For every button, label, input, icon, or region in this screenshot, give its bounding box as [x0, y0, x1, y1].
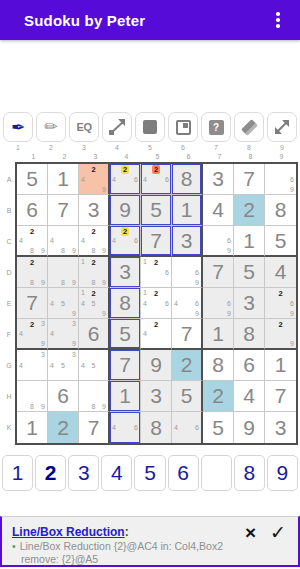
candidate-8: 8: [30, 247, 34, 254]
candidate-9: 9: [41, 403, 45, 410]
cell-H9[interactable]: 7: [265, 381, 296, 412]
candidate-5: 5: [61, 300, 65, 307]
candidate-2: 2: [154, 258, 158, 267]
candidate-3: 3: [72, 351, 76, 358]
candidate-2: 2: [91, 258, 95, 267]
candidate-1: 1: [143, 258, 147, 265]
pencil-marks: 269: [265, 288, 296, 318]
cell-C3[interactable]: 2489: [79, 226, 110, 257]
cell-A3[interactable]: 249: [79, 164, 110, 195]
pencil-marks: 12459: [79, 288, 108, 318]
pencil-marks: 2349: [17, 319, 47, 348]
cell-A4[interactable]: 246: [110, 164, 141, 195]
cell-C9[interactable]: 5: [265, 226, 296, 257]
cell-E2[interactable]: 459: [48, 288, 79, 319]
cell-value: 1: [17, 412, 47, 443]
pencil-marks: 469: [172, 288, 201, 318]
cell-value: 5: [203, 412, 233, 443]
candidate-2: 2: [278, 320, 282, 329]
col-label-7: 7: [204, 153, 235, 161]
cell-F1[interactable]: 2349: [17, 319, 48, 350]
eraser-tool-button[interactable]: [234, 112, 264, 142]
region-icon: [176, 120, 191, 135]
cell-value: 7: [110, 350, 140, 380]
pencil-marks: 459: [48, 288, 78, 318]
cell-B4[interactable]: 9: [110, 195, 141, 226]
tool-number-label: 3: [69, 144, 99, 152]
cell-K5[interactable]: 8: [141, 412, 172, 443]
candidate-2: 2: [154, 320, 158, 329]
candidate-2: 2: [278, 289, 282, 298]
candidate-4: 4: [81, 362, 85, 369]
candidate-8: 8: [61, 247, 65, 254]
cell-value: 7: [265, 381, 296, 411]
cell-G1[interactable]: 34: [17, 350, 48, 381]
col-label-1: 1: [18, 153, 49, 161]
cell-B8[interactable]: 2: [234, 195, 265, 226]
cell-B9[interactable]: 8: [265, 195, 296, 226]
cell-value: 5: [110, 319, 140, 348]
row-label-B: B: [3, 195, 15, 226]
row-label-K: K: [3, 412, 15, 443]
tool-number-label: 8: [234, 144, 264, 152]
cell-E1[interactable]: 7: [17, 288, 48, 319]
cell-F5[interactable]: 24: [141, 319, 172, 350]
pencil-marks: 46: [110, 412, 140, 443]
candidate-2: 2: [121, 165, 129, 174]
cell-value: 5: [172, 381, 201, 411]
cell-C6[interactable]: 3: [172, 226, 203, 257]
cell-value: 3: [265, 412, 296, 443]
candidate-9: 9: [195, 310, 199, 317]
cell-value: 3: [172, 226, 201, 255]
candidate-4: 4: [112, 237, 116, 244]
cell-K8[interactable]: 9: [234, 412, 265, 443]
cell-F7[interactable]: 1: [203, 319, 234, 350]
col-label-8: 8: [235, 153, 266, 161]
candidate-8: 8: [92, 403, 96, 410]
candidate-4: 4: [19, 330, 23, 337]
candidate-3: 3: [41, 320, 45, 327]
cell-G2[interactable]: 345: [48, 350, 79, 381]
candidate-9: 9: [290, 186, 294, 193]
cell-value: 5: [265, 226, 296, 255]
cell-G6[interactable]: 2: [172, 350, 203, 381]
cell-B6[interactable]: 1: [172, 195, 203, 226]
sudoku-board-area: 123456789 ABCDEFGHK 51249246246837696739…: [0, 153, 300, 445]
column-labels: 123456789: [18, 153, 300, 161]
cell-value: 7: [141, 226, 171, 255]
cell-E7[interactable]: 69: [203, 288, 234, 319]
cell-A5[interactable]: 246: [141, 164, 172, 195]
cell-value: 2: [172, 350, 201, 380]
candidate-8: 8: [30, 279, 34, 286]
numpad-key-9[interactable]: 9: [267, 455, 298, 491]
examine-tool-button[interactable]: EQ: [69, 112, 99, 142]
pencil-tool-button[interactable]: ✏: [36, 112, 66, 142]
cell-value: 1: [110, 381, 140, 411]
pencil-marks: 89: [17, 381, 47, 411]
tool-number-label: 5: [135, 144, 165, 152]
col-label-5: 5: [142, 153, 173, 161]
pencil-marks: 249: [79, 164, 108, 194]
cell-value: 7: [203, 257, 233, 287]
cell-value: 4: [234, 381, 264, 411]
cell-A8[interactable]: 7: [234, 164, 265, 195]
cell-E4[interactable]: 8: [110, 288, 141, 319]
pencil-marks: 345: [48, 350, 78, 380]
pencil-marks: 1246: [141, 288, 171, 318]
cell-value: 7: [172, 319, 201, 348]
cell-H3[interactable]: 89: [79, 381, 110, 412]
candidate-6: 6: [134, 424, 138, 431]
candidate-4: 4: [50, 330, 54, 337]
candidate-4: 4: [50, 237, 54, 244]
candidate-3: 3: [72, 320, 76, 327]
pencil-marks: 246: [110, 226, 140, 255]
cell-value: 4: [265, 257, 296, 287]
candidate-9: 9: [102, 186, 106, 193]
cell-value: 8: [141, 412, 171, 443]
cell-A9[interactable]: 69: [265, 164, 296, 195]
cell-value: 6: [48, 381, 78, 411]
cell-E5[interactable]: 1246: [141, 288, 172, 319]
pen-tool-button[interactable]: ✒: [3, 112, 33, 142]
candidate-2: 2: [121, 227, 129, 236]
candidate-2: 2: [30, 227, 34, 236]
cell-E8[interactable]: 3: [234, 288, 265, 319]
candidate-9: 9: [290, 310, 294, 317]
hint-description: Line/Box Reduction {2}@AC4 in: Col4,Box2: [20, 540, 223, 553]
cell-H2[interactable]: 6: [48, 381, 79, 412]
kebab-menu-icon[interactable]: [266, 8, 290, 32]
cell-value: 4: [203, 195, 233, 225]
cell-A2[interactable]: 1: [48, 164, 79, 195]
cell-E3[interactable]: 12459: [79, 288, 110, 319]
candidate-4: 4: [19, 237, 23, 244]
pencil-marks: 126: [141, 257, 171, 287]
cell-H7[interactable]: 2: [203, 381, 234, 412]
numpad-key-5[interactable]: 5: [134, 455, 165, 491]
candidate-8: 8: [61, 279, 65, 286]
tool-number-label: 9: [267, 144, 297, 152]
cell-value: 8: [110, 288, 140, 318]
candidate-3: 3: [41, 351, 45, 358]
cell-B3[interactable]: 3: [79, 195, 110, 226]
cell-D3[interactable]: 1289: [79, 257, 110, 288]
candidate-8: 8: [30, 403, 34, 410]
candidate-5: 5: [92, 362, 96, 369]
cell-F3[interactable]: 6: [79, 319, 110, 350]
cell-D5[interactable]: 126: [141, 257, 172, 288]
cell-value: 2: [203, 381, 233, 411]
candidate-6: 6: [195, 269, 199, 276]
cell-value: 6: [234, 350, 264, 380]
region-tool-button[interactable]: [168, 112, 198, 142]
tool-number-label: 2: [36, 144, 66, 152]
cell-D1[interactable]: 289: [17, 257, 48, 288]
cell-value: 1: [265, 350, 296, 380]
line-icon: [107, 117, 127, 137]
cell-E9[interactable]: 269: [265, 288, 296, 319]
expand-tool-button[interactable]: [267, 112, 297, 142]
cell-value: 5: [17, 164, 47, 194]
candidate-4: 4: [81, 237, 85, 244]
cell-value: 9: [141, 350, 171, 380]
candidate-2: 2: [154, 289, 158, 298]
candidate-6: 6: [195, 300, 199, 307]
cell-B5[interactable]: 5: [141, 195, 172, 226]
hint-title: Line/Box Reduction: [12, 525, 125, 539]
cell-value: 9: [234, 412, 264, 443]
row-label-C: C: [3, 226, 15, 257]
cell-E6[interactable]: 469: [172, 288, 203, 319]
candidate-6: 6: [165, 300, 169, 307]
cell-F8[interactable]: 8: [234, 319, 265, 350]
pencil-marks: 45: [79, 350, 108, 380]
cell-C8[interactable]: 1: [234, 226, 265, 257]
cell-value: 9: [110, 195, 140, 225]
candidate-1: 1: [143, 289, 147, 296]
hint-dismiss-icon[interactable]: ×: [245, 523, 256, 543]
cell-F9[interactable]: 29: [265, 319, 296, 350]
cell-A6[interactable]: 8: [172, 164, 203, 195]
cell-value: 3: [110, 257, 140, 287]
col-label-3: 3: [80, 153, 111, 161]
row-label-G: G: [3, 350, 15, 381]
help-tool-button[interactable]: ?: [201, 112, 231, 142]
col-label-9: 9: [266, 153, 297, 161]
candidate-9: 9: [41, 279, 45, 286]
cell-B7[interactable]: 4: [203, 195, 234, 226]
candidate-9: 9: [102, 310, 106, 317]
expand-icon: [272, 117, 292, 137]
examine-icon: EQ: [77, 121, 92, 133]
numpad-key-empty[interactable]: [201, 455, 232, 491]
candidate-9: 9: [227, 247, 231, 254]
col-label-6: 6: [173, 153, 204, 161]
cell-value: 6: [17, 195, 47, 225]
cell-value: 8: [234, 319, 264, 348]
cell-value: 8: [265, 195, 296, 225]
pencil-marks: 69: [265, 164, 296, 194]
pencil-marks: 349: [48, 319, 78, 348]
pencil-marks: 246: [110, 164, 140, 194]
candidate-5: 5: [61, 362, 65, 369]
square-tool-button[interactable]: [135, 112, 165, 142]
hint-bullet: •: [12, 540, 16, 553]
cell-D9[interactable]: 4: [265, 257, 296, 288]
cell-C5[interactable]: 7: [141, 226, 172, 257]
cell-value: 3: [79, 195, 108, 225]
cell-F2[interactable]: 349: [48, 319, 79, 350]
cell-D6[interactable]: 69: [172, 257, 203, 288]
pencil-marks: 2489: [79, 226, 108, 255]
cell-value: 1: [172, 195, 201, 225]
sudoku-grid: 5124924624683769673951428248948924892467…: [15, 162, 298, 445]
candidate-9: 9: [72, 247, 76, 254]
cell-A1[interactable]: 5: [17, 164, 48, 195]
cell-K4[interactable]: 46: [110, 412, 141, 443]
row-label-F: F: [3, 319, 15, 350]
number-pad: 12345689: [0, 455, 300, 491]
cell-value: 1: [234, 226, 264, 255]
hint-panel: Line/Box Reduction: • Line/Box Reduction…: [0, 516, 300, 567]
numpad-key-1[interactable]: 1: [2, 455, 33, 491]
candidate-4: 4: [81, 300, 85, 307]
pencil-marks: 89: [79, 381, 108, 411]
cell-G7[interactable]: 8: [203, 350, 234, 381]
toolbar: ✒1✏2EQ3456?789: [0, 112, 300, 152]
candidate-4: 4: [174, 424, 178, 431]
cell-H5[interactable]: 3: [141, 381, 172, 412]
app-bar: Sudoku by Peter: [0, 0, 300, 40]
cell-D4[interactable]: 3: [110, 257, 141, 288]
candidate-9: 9: [195, 279, 199, 286]
pencil-marks: 69: [203, 288, 233, 318]
cell-D7[interactable]: 7: [203, 257, 234, 288]
candidate-4: 4: [50, 300, 54, 307]
line-tool-button[interactable]: [102, 112, 132, 142]
cell-F4[interactable]: 5: [110, 319, 141, 350]
numpad-key-4[interactable]: 4: [101, 455, 132, 491]
candidate-2: 2: [30, 258, 34, 267]
candidate-1: 1: [81, 258, 85, 265]
cell-C2[interactable]: 489: [48, 226, 79, 257]
candidate-6: 6: [165, 269, 169, 276]
cell-value: 1: [203, 319, 233, 348]
candidate-4: 4: [174, 300, 178, 307]
pencil-marks: 46: [172, 412, 201, 443]
pencil-marks: 2489: [17, 226, 47, 255]
cell-C4[interactable]: 246: [110, 226, 141, 257]
cell-value: 6: [79, 319, 108, 348]
cell-H6[interactable]: 5: [172, 381, 203, 412]
cell-K6[interactable]: 46: [172, 412, 203, 443]
cell-value: 5: [234, 257, 264, 287]
app-title: Sudoku by Peter: [24, 12, 266, 29]
candidate-6: 6: [134, 176, 138, 183]
cell-G8[interactable]: 6: [234, 350, 265, 381]
cell-value: 7: [17, 288, 47, 318]
numpad-key-8[interactable]: 8: [234, 455, 265, 491]
cell-value: 8: [203, 350, 233, 380]
square-icon: [143, 120, 157, 134]
candidate-6: 6: [290, 300, 294, 307]
help-icon: ?: [209, 120, 224, 135]
candidate-9: 9: [290, 340, 294, 347]
pen-icon: ✒: [11, 119, 25, 136]
candidate-2: 2: [152, 165, 160, 174]
candidate-1: 1: [81, 289, 85, 296]
candidate-9: 9: [102, 247, 106, 254]
cell-B1[interactable]: 6: [17, 195, 48, 226]
candidate-4: 4: [112, 424, 116, 431]
candidate-2: 2: [91, 227, 95, 236]
candidate-6: 6: [195, 424, 199, 431]
cell-G9[interactable]: 1: [265, 350, 296, 381]
cell-value: 1: [48, 164, 78, 194]
tool-number-label: 6: [168, 144, 198, 152]
candidate-8: 8: [92, 279, 96, 286]
tool-number-label: 7: [201, 144, 231, 152]
cell-K9[interactable]: 3: [265, 412, 296, 443]
candidate-2: 2: [30, 320, 34, 329]
candidate-4: 4: [143, 300, 147, 307]
cell-H4[interactable]: 1: [110, 381, 141, 412]
candidate-9: 9: [227, 310, 231, 317]
candidate-6: 6: [227, 300, 231, 307]
candidate-9: 9: [72, 310, 76, 317]
cell-value: 3: [234, 288, 264, 318]
pencil-marks: 289: [17, 257, 47, 287]
candidate-4: 4: [50, 362, 54, 369]
cell-G4[interactable]: 7: [110, 350, 141, 381]
cell-G5[interactable]: 9: [141, 350, 172, 381]
cell-F6[interactable]: 7: [172, 319, 203, 350]
pencil-marks: 34: [17, 350, 47, 380]
row-label-A: A: [3, 164, 15, 195]
numpad-key-3[interactable]: 3: [68, 455, 99, 491]
pencil-marks: 29: [265, 319, 296, 348]
cell-K1[interactable]: 1: [17, 412, 48, 443]
pencil-marks: 89: [48, 257, 78, 287]
tool-number-label: 1: [3, 144, 33, 152]
cell-B2[interactable]: 7: [48, 195, 79, 226]
cell-K2[interactable]: 2: [48, 412, 79, 443]
hint-apply-icon[interactable]: ✓: [270, 523, 286, 543]
hint-removal: remove: {2}@A5: [21, 553, 98, 566]
cell-K3[interactable]: 7: [79, 412, 110, 443]
candidate-9: 9: [72, 340, 76, 347]
numpad-key-6[interactable]: 6: [168, 455, 199, 491]
candidate-4: 4: [143, 176, 147, 183]
candidate-6: 6: [134, 237, 138, 244]
pencil-marks: 24: [141, 319, 171, 348]
candidate-9: 9: [102, 403, 106, 410]
candidate-9: 9: [41, 247, 45, 254]
eraser-icon: [241, 119, 258, 136]
cell-K7[interactable]: 5: [203, 412, 234, 443]
cell-value: 7: [48, 195, 78, 225]
candidate-9: 9: [102, 279, 106, 286]
cell-G3[interactable]: 45: [79, 350, 110, 381]
cell-D2[interactable]: 89: [48, 257, 79, 288]
candidate-9: 9: [72, 279, 76, 286]
candidate-6: 6: [165, 176, 169, 183]
cell-H8[interactable]: 4: [234, 381, 265, 412]
cell-A7[interactable]: 3: [203, 164, 234, 195]
col-label-4: 4: [111, 153, 142, 161]
candidate-4: 4: [143, 330, 147, 337]
cell-C1[interactable]: 2489: [17, 226, 48, 257]
cell-D8[interactable]: 5: [234, 257, 265, 288]
row-label-E: E: [3, 288, 15, 319]
cell-C7[interactable]: 69: [203, 226, 234, 257]
cell-H1[interactable]: 89: [17, 381, 48, 412]
numpad-key-2[interactable]: 2: [35, 455, 66, 491]
candidate-8: 8: [92, 247, 96, 254]
cell-value: 7: [234, 164, 264, 194]
pencil-marks: 69: [203, 226, 233, 255]
cell-value: 3: [203, 164, 233, 194]
pencil-marks: 1289: [79, 257, 108, 287]
cell-value: 2: [234, 195, 264, 225]
candidate-2: 2: [91, 165, 95, 174]
cell-value: 3: [141, 381, 171, 411]
cell-value: 5: [141, 195, 171, 225]
pencil-marks: 246: [141, 164, 171, 194]
